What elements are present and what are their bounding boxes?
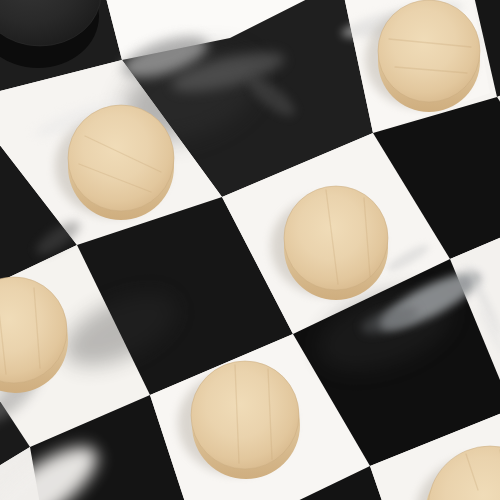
piece-top-face [378,0,480,102]
checkers-board-photo [0,0,500,500]
piece-top-face [68,105,174,211]
piece-top-face [284,186,388,290]
board-photo [0,0,500,500]
piece-top-face [191,361,299,469]
